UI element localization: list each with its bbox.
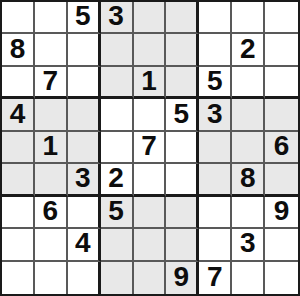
cell-r7c7[interactable] <box>199 197 232 229</box>
cell-r8c5[interactable] <box>134 229 167 261</box>
cell-r6c3[interactable]: 3 <box>68 164 101 196</box>
sudoku-puzzle: 53827154531763286594397 <box>0 0 300 296</box>
cell-r6c5[interactable] <box>134 164 167 196</box>
cell-r1c3[interactable]: 5 <box>68 2 101 34</box>
cell-r2c1[interactable]: 8 <box>2 34 35 66</box>
cell-r5c6[interactable] <box>166 132 199 164</box>
cell-r8c8[interactable]: 3 <box>232 229 265 261</box>
cell-r1c5[interactable] <box>134 2 167 34</box>
cell-r1c6[interactable] <box>166 2 199 34</box>
cell-r1c1[interactable] <box>2 2 35 34</box>
cell-r1c9[interactable] <box>265 2 298 34</box>
cell-r8c4[interactable] <box>101 229 134 261</box>
cell-r9c1[interactable] <box>2 262 35 294</box>
cell-r4c9[interactable] <box>265 99 298 131</box>
cell-r5c4[interactable] <box>101 132 134 164</box>
cell-r7c8[interactable] <box>232 197 265 229</box>
cell-r3c9[interactable] <box>265 67 298 99</box>
cell-r6c2[interactable] <box>35 164 68 196</box>
cell-r2c5[interactable] <box>134 34 167 66</box>
cell-r5c8[interactable] <box>232 132 265 164</box>
cell-r2c3[interactable] <box>68 34 101 66</box>
cell-r3c4[interactable] <box>101 67 134 99</box>
given-digit: 8 <box>240 164 256 192</box>
cell-r4c3[interactable] <box>68 99 101 131</box>
given-digit: 7 <box>207 263 223 291</box>
cell-r7c9[interactable]: 9 <box>265 197 298 229</box>
cell-r9c4[interactable] <box>101 262 134 294</box>
cell-r6c9[interactable] <box>265 164 298 196</box>
cell-r3c3[interactable] <box>68 67 101 99</box>
cell-r3c5[interactable]: 1 <box>134 67 167 99</box>
cell-r7c3[interactable] <box>68 197 101 229</box>
cell-r4c4[interactable] <box>101 99 134 131</box>
given-digit: 3 <box>108 2 124 30</box>
cell-r7c5[interactable] <box>134 197 167 229</box>
cell-r3c1[interactable] <box>2 67 35 99</box>
cell-r4c6[interactable]: 5 <box>166 99 199 131</box>
cell-r8c1[interactable] <box>2 229 35 261</box>
cell-r5c1[interactable] <box>2 132 35 164</box>
cell-r3c8[interactable] <box>232 67 265 99</box>
cell-r6c4[interactable]: 2 <box>101 164 134 196</box>
cell-r4c5[interactable] <box>134 99 167 131</box>
given-digit: 9 <box>274 197 290 225</box>
cell-r2c7[interactable] <box>199 34 232 66</box>
given-digit: 3 <box>75 164 91 192</box>
cell-r1c8[interactable] <box>232 2 265 34</box>
given-digit: 1 <box>43 132 59 160</box>
cell-r8c6[interactable] <box>166 229 199 261</box>
given-digit: 5 <box>75 2 91 30</box>
sudoku-board: 53827154531763286594397 <box>0 0 300 296</box>
cell-r2c9[interactable] <box>265 34 298 66</box>
cell-r5c3[interactable] <box>68 132 101 164</box>
given-digit: 7 <box>141 132 157 160</box>
cell-r9c3[interactable] <box>68 262 101 294</box>
cell-r4c1[interactable]: 4 <box>2 99 35 131</box>
given-digit: 6 <box>43 197 59 225</box>
cell-r5c7[interactable] <box>199 132 232 164</box>
given-digit: 4 <box>10 100 26 128</box>
cell-r4c7[interactable]: 3 <box>199 99 232 131</box>
given-digit: 7 <box>43 67 59 95</box>
given-digit: 9 <box>174 263 190 291</box>
cell-r8c2[interactable] <box>35 229 68 261</box>
cell-r2c8[interactable]: 2 <box>232 34 265 66</box>
cell-r1c4[interactable]: 3 <box>101 2 134 34</box>
cell-r8c7[interactable] <box>199 229 232 261</box>
cell-r3c7[interactable]: 5 <box>199 67 232 99</box>
cell-r8c3[interactable]: 4 <box>68 229 101 261</box>
cell-r2c6[interactable] <box>166 34 199 66</box>
cell-r5c9[interactable]: 6 <box>265 132 298 164</box>
given-digit: 3 <box>240 229 256 257</box>
given-digit: 3 <box>207 100 223 128</box>
cell-r9c8[interactable] <box>232 262 265 294</box>
given-digit: 2 <box>240 35 256 63</box>
cell-r6c6[interactable] <box>166 164 199 196</box>
cell-r3c6[interactable] <box>166 67 199 99</box>
cell-r4c8[interactable] <box>232 99 265 131</box>
cell-r7c6[interactable] <box>166 197 199 229</box>
cell-r6c7[interactable] <box>199 164 232 196</box>
cell-r1c7[interactable] <box>199 2 232 34</box>
given-digit: 5 <box>207 67 223 95</box>
cell-r7c4[interactable]: 5 <box>101 197 134 229</box>
cell-r2c2[interactable] <box>35 34 68 66</box>
cell-r9c5[interactable] <box>134 262 167 294</box>
cell-r1c2[interactable] <box>35 2 68 34</box>
cell-r3c2[interactable]: 7 <box>35 67 68 99</box>
cell-r2c4[interactable] <box>101 34 134 66</box>
given-digit: 8 <box>10 35 26 63</box>
cell-r6c1[interactable] <box>2 164 35 196</box>
cell-r9c7[interactable]: 7 <box>199 262 232 294</box>
cell-r9c9[interactable] <box>265 262 298 294</box>
cell-r6c8[interactable]: 8 <box>232 164 265 196</box>
cell-r9c2[interactable] <box>35 262 68 294</box>
given-digit: 2 <box>108 164 124 192</box>
given-digit: 1 <box>141 67 157 95</box>
given-digit: 4 <box>75 229 91 257</box>
given-digit: 5 <box>108 197 124 225</box>
cell-r8c9[interactable] <box>265 229 298 261</box>
given-digit: 6 <box>274 132 290 160</box>
cell-r9c6[interactable]: 9 <box>166 262 199 294</box>
cell-r7c2[interactable]: 6 <box>35 197 68 229</box>
cell-r4c2[interactable] <box>35 99 68 131</box>
given-digit: 5 <box>174 100 190 128</box>
cell-r5c2[interactable]: 1 <box>35 132 68 164</box>
cell-r7c1[interactable] <box>2 197 35 229</box>
cell-r5c5[interactable]: 7 <box>134 132 167 164</box>
